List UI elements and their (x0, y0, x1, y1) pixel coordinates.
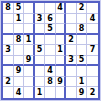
cell-r9c8[interactable]: 9 (77, 87, 88, 98)
cell-r2c7[interactable] (66, 14, 77, 25)
cell-r4c3[interactable]: 1 (24, 35, 35, 46)
cell-r6c1[interactable] (3, 56, 14, 67)
cell-r5c1[interactable]: 3 (3, 45, 14, 56)
cell-r3c8[interactable]: 8 (77, 24, 88, 35)
cell-r2c1[interactable] (3, 14, 14, 25)
cell-r2c4[interactable]: 3 (35, 14, 46, 25)
cell-r8c5[interactable]: 8 (45, 77, 56, 88)
cell-r9c9[interactable]: 2 (87, 87, 98, 98)
cell-r5c5[interactable] (45, 45, 56, 56)
sudoku-board: 854213645881235179359428914192 (1, 1, 100, 100)
cell-r8c1[interactable]: 2 (3, 77, 14, 88)
cell-r1c3[interactable] (24, 3, 35, 14)
cell-r4c5[interactable] (45, 35, 56, 46)
cell-r4c7[interactable]: 2 (66, 35, 77, 46)
cell-r1c1[interactable]: 8 (3, 3, 14, 14)
cell-r6c3[interactable]: 9 (24, 56, 35, 67)
cell-r3c6[interactable] (56, 24, 67, 35)
cell-r6c6[interactable] (56, 56, 67, 67)
cell-r7c5[interactable]: 4 (45, 66, 56, 77)
cell-r3c9[interactable] (87, 24, 98, 35)
cell-r8c9[interactable] (87, 77, 98, 88)
cell-r4c6[interactable] (56, 35, 67, 46)
cell-r6c5[interactable] (45, 56, 56, 67)
cell-r1c7[interactable] (66, 3, 77, 14)
cell-r2c3[interactable] (24, 14, 35, 25)
cell-r8c8[interactable]: 1 (77, 77, 88, 88)
cell-r2c6[interactable] (56, 14, 67, 25)
cell-r3c3[interactable] (24, 24, 35, 35)
cell-r7c6[interactable] (56, 66, 67, 77)
cell-r9c5[interactable] (45, 87, 56, 98)
cell-r8c4[interactable] (35, 77, 46, 88)
cell-r6c2[interactable] (14, 56, 25, 67)
cell-r6c4[interactable] (35, 56, 46, 67)
cell-r5c9[interactable]: 7 (87, 45, 98, 56)
cell-r5c6[interactable]: 1 (56, 45, 67, 56)
cell-r6c7[interactable]: 3 (66, 56, 77, 67)
cell-r2c2[interactable]: 1 (14, 14, 25, 25)
cell-r7c9[interactable] (87, 66, 98, 77)
cell-r3c4[interactable] (35, 24, 46, 35)
cell-r8c2[interactable] (14, 77, 25, 88)
sudoku-page: 854213645881235179359428914192 (0, 0, 101, 101)
cell-r3c2[interactable] (14, 24, 25, 35)
cell-r8c6[interactable]: 9 (56, 77, 67, 88)
cell-r4c8[interactable] (77, 35, 88, 46)
cell-r2c8[interactable] (77, 14, 88, 25)
cell-r9c7[interactable] (66, 87, 77, 98)
cell-r1c5[interactable] (45, 3, 56, 14)
cell-r7c3[interactable] (24, 66, 35, 77)
cell-r5c4[interactable]: 5 (35, 45, 46, 56)
cell-r1c4[interactable] (35, 3, 46, 14)
cell-r7c7[interactable] (66, 66, 77, 77)
cell-r8c7[interactable] (66, 77, 77, 88)
cell-r9c2[interactable]: 4 (14, 87, 25, 98)
cell-r3c1[interactable] (3, 24, 14, 35)
cell-r4c2[interactable]: 8 (14, 35, 25, 46)
cell-r4c1[interactable] (3, 35, 14, 46)
cell-r9c1[interactable] (3, 87, 14, 98)
cell-r2c9[interactable]: 4 (87, 14, 98, 25)
cell-r4c9[interactable] (87, 35, 98, 46)
cell-r1c6[interactable]: 4 (56, 3, 67, 14)
cell-r7c8[interactable] (77, 66, 88, 77)
cell-r9c6[interactable] (56, 87, 67, 98)
cell-r1c8[interactable]: 2 (77, 3, 88, 14)
cell-r9c4[interactable]: 1 (35, 87, 46, 98)
cell-r1c9[interactable] (87, 3, 98, 14)
cell-r7c1[interactable] (3, 66, 14, 77)
cell-r5c2[interactable] (14, 45, 25, 56)
cell-r8c3[interactable] (24, 77, 35, 88)
cell-r1c2[interactable]: 5 (14, 3, 25, 14)
cell-r7c4[interactable] (35, 66, 46, 77)
cell-r4c4[interactable] (35, 35, 46, 46)
cell-r9c3[interactable] (24, 87, 35, 98)
cell-r7c2[interactable]: 9 (14, 66, 25, 77)
cell-r3c5[interactable]: 5 (45, 24, 56, 35)
cell-r6c9[interactable] (87, 56, 98, 67)
cell-r3c7[interactable] (66, 24, 77, 35)
cell-r6c8[interactable]: 5 (77, 56, 88, 67)
cell-r2c5[interactable]: 6 (45, 14, 56, 25)
